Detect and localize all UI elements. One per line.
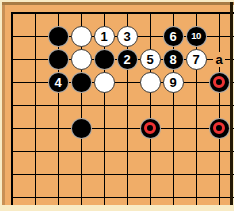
board-point-2-1: [24, 2, 47, 25]
board-point-3-5: [47, 94, 70, 117]
board-point-4-5: [70, 94, 93, 117]
go-diagram: 136102587a49: [0, 0, 234, 211]
board-point-6-7: [116, 140, 139, 163]
black-stone: [209, 118, 230, 139]
board-point-8-2: 6: [162, 25, 185, 48]
red-circle-marker-icon: [213, 122, 225, 134]
board-point-1-6: [1, 117, 24, 140]
board-point-9-2: 10: [185, 25, 208, 48]
board-point-10-1: [208, 2, 231, 25]
board-point-2-7: [24, 140, 47, 163]
board-point-2-2: [24, 25, 47, 48]
board-right-edge-shadow: [230, 2, 233, 205]
board-point-9-7: [185, 140, 208, 163]
board-point-3-4: 4: [47, 71, 70, 94]
black-stone: [71, 118, 92, 139]
move-number: 10: [191, 31, 201, 41]
move-number: 3: [123, 30, 130, 43]
board-point-3-1: [47, 2, 70, 25]
board-point-1-3: [1, 48, 24, 71]
board-point-7-5: [139, 94, 162, 117]
board-point-7-6: [139, 117, 162, 140]
black-stone: 6: [163, 26, 184, 47]
board-point-5-5: [93, 94, 116, 117]
board-point-9-6: [185, 117, 208, 140]
board-point-7-8: [139, 163, 162, 186]
board-point-1-9: [1, 186, 24, 209]
white-stone: 7: [186, 49, 207, 70]
board-point-7-9: [139, 186, 162, 209]
board-point-2-3: [24, 48, 47, 71]
board-point-1-8: [1, 163, 24, 186]
board-point-10-2: [208, 25, 231, 48]
board-point-9-8: [185, 163, 208, 186]
board-point-5-6: [93, 117, 116, 140]
black-stone: [48, 26, 69, 47]
board-point-2-4: [24, 71, 47, 94]
board-point-3-6: [47, 117, 70, 140]
board-point-7-7: [139, 140, 162, 163]
board-point-3-7: [47, 140, 70, 163]
board-point-5-4: [93, 71, 116, 94]
white-stone: 5: [140, 49, 161, 70]
board-point-7-1: [139, 2, 162, 25]
board-point-9-3: 7: [185, 48, 208, 71]
board-point-6-8: [116, 163, 139, 186]
move-number: 1: [100, 30, 107, 43]
board-point-3-3: [47, 48, 70, 71]
board-point-9-4: [185, 71, 208, 94]
board-point-4-1: [70, 2, 93, 25]
white-stone: [71, 26, 92, 47]
board-point-7-4: [139, 71, 162, 94]
white-stone: [94, 72, 115, 93]
board-point-6-5: [116, 94, 139, 117]
black-stone: 4: [48, 72, 69, 93]
board-point-6-9: [116, 186, 139, 209]
board-point-5-2: 1: [93, 25, 116, 48]
white-stone: [140, 72, 161, 93]
board-point-8-8: [162, 163, 185, 186]
board-point-1-4: [1, 71, 24, 94]
move-number: 5: [146, 53, 153, 66]
board-point-7-3: 5: [139, 48, 162, 71]
black-stone: [209, 72, 230, 93]
black-stone: [71, 72, 92, 93]
board-point-8-6: [162, 117, 185, 140]
black-stone: [94, 49, 115, 70]
move-number: 9: [169, 76, 176, 89]
board-point-1-7: [1, 140, 24, 163]
board-point-10-5: [208, 94, 231, 117]
board-point-3-2: [47, 25, 70, 48]
board-point-5-7: [93, 140, 116, 163]
board-point-7-2: [139, 25, 162, 48]
board-point-10-3: a: [208, 48, 231, 71]
board-point-6-3: 2: [116, 48, 139, 71]
white-stone: [71, 49, 92, 70]
black-stone: [140, 118, 161, 139]
white-stone: 3: [117, 26, 138, 47]
board-point-5-9: [93, 186, 116, 209]
board-point-10-9: [208, 186, 231, 209]
black-stone: [48, 49, 69, 70]
board-point-5-3: [93, 48, 116, 71]
board-point-9-9: [185, 186, 208, 209]
board-point-8-3: 8: [162, 48, 185, 71]
board-point-2-8: [24, 163, 47, 186]
board-point-8-5: [162, 94, 185, 117]
board-point-3-8: [47, 163, 70, 186]
board-point-10-8: [208, 163, 231, 186]
board-point-6-2: 3: [116, 25, 139, 48]
board-point-10-7: [208, 140, 231, 163]
board-point-2-5: [24, 94, 47, 117]
board-point-6-6: [116, 117, 139, 140]
move-number: 8: [169, 53, 176, 66]
board-point-4-4: [70, 71, 93, 94]
white-stone: 9: [163, 72, 184, 93]
move-number: 4: [54, 76, 61, 89]
board-grid: 136102587a49: [1, 2, 231, 209]
board-point-4-9: [70, 186, 93, 209]
board-point-1-1: [1, 2, 24, 25]
red-circle-marker-icon: [213, 76, 225, 88]
board-point-2-6: [24, 117, 47, 140]
board-point-8-4: 9: [162, 71, 185, 94]
board-point-8-9: [162, 186, 185, 209]
board-point-6-4: [116, 71, 139, 94]
board-point-8-7: [162, 140, 185, 163]
red-circle-marker-icon: [144, 122, 156, 134]
board-point-3-9: [47, 186, 70, 209]
board-point-1-5: [1, 94, 24, 117]
board-point-4-3: [70, 48, 93, 71]
board-point-4-7: [70, 140, 93, 163]
board-point-2-9: [24, 186, 47, 209]
board-point-10-4: [208, 71, 231, 94]
board-point-4-8: [70, 163, 93, 186]
board-point-8-1: [162, 2, 185, 25]
board-point-5-1: [93, 2, 116, 25]
move-number: 7: [192, 53, 199, 66]
black-stone: 10: [186, 26, 207, 47]
point-label-a: a: [213, 52, 224, 67]
move-number: 2: [123, 53, 130, 66]
board-point-6-1: [116, 2, 139, 25]
board-point-9-5: [185, 94, 208, 117]
board-point-4-6: [70, 117, 93, 140]
board-point-10-6: [208, 117, 231, 140]
white-stone: 1: [94, 26, 115, 47]
board-point-9-1: [185, 2, 208, 25]
move-number: 6: [169, 30, 176, 43]
black-stone: 8: [163, 49, 184, 70]
black-stone: 2: [117, 49, 138, 70]
board-point-5-8: [93, 163, 116, 186]
board-point-1-2: [1, 25, 24, 48]
board-point-4-2: [70, 25, 93, 48]
